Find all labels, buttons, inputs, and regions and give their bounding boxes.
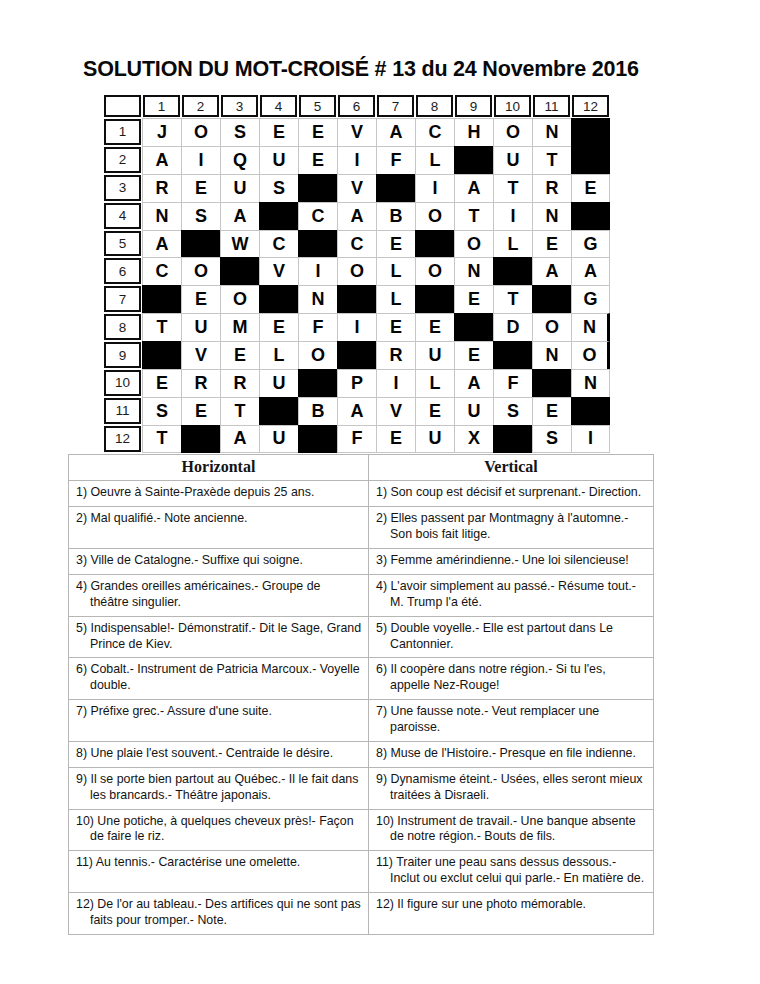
clue-text: 1) Son coup est décisif et surprenant.- … — [376, 485, 647, 501]
letter-cell-r1c10: O — [493, 118, 532, 146]
letter-cell-r10c8: L — [415, 369, 454, 397]
letter-cell-r2c8: L — [415, 146, 454, 174]
vertical-clue-5: 5) Double voyelle.- Elle est partout dan… — [369, 617, 654, 659]
block-cell-r4c12 — [571, 202, 610, 230]
block-cell-r10c11 — [532, 369, 571, 397]
block-cell-r2c9 — [454, 146, 493, 174]
block-cell-r3c5 — [298, 174, 337, 202]
column-header-11: 11 — [533, 95, 570, 117]
letter-cell-r8c4: E — [259, 313, 298, 341]
clue-text: 9) Dynamisme éteint.- Usées, elles seron… — [376, 772, 647, 804]
letter-cell-r1c3: S — [220, 118, 259, 146]
letter-cell-r10c12: N — [571, 369, 610, 397]
letter-cell-r4c10: I — [493, 202, 532, 230]
letter-cell-r11c9: U — [454, 397, 493, 425]
vertical-clue-2: 2) Elles passent par Montmagny à l'autom… — [369, 507, 654, 549]
horizontal-clue-10: 10) Une potiche, à quelques cheveux près… — [69, 810, 369, 852]
letter-cell-r9c3: E — [220, 341, 259, 369]
clue-text: 11) Traiter une peau sans dessus dessous… — [376, 855, 647, 887]
letter-cell-r6c8: O — [415, 257, 454, 285]
vertical-clue-3: 3) Femme amérindienne.- Une loi silencie… — [369, 549, 654, 575]
letter-cell-r11c8: E — [415, 397, 454, 425]
column-header-1: 1 — [143, 95, 180, 117]
vertical-clue-4: 4) L'avoir simplement au passé.- Résume … — [369, 575, 654, 617]
clues-table: Horizontal Vertical 1) Oeuvre à Sainte-P… — [68, 454, 654, 935]
letter-cell-r5c11: E — [532, 230, 571, 258]
letter-cell-r6c7: L — [376, 257, 415, 285]
letter-cell-r11c5: B — [298, 397, 337, 425]
letter-cell-r5c10: L — [493, 230, 532, 258]
column-header-8: 8 — [416, 95, 453, 117]
letter-cell-r4c6: A — [337, 202, 376, 230]
row-header-11: 11 — [104, 398, 141, 424]
page-title: SOLUTION DU MOT-CROISÉ # 13 du 24 Novemb… — [83, 57, 639, 82]
grid-corner-box — [104, 95, 141, 117]
letter-cell-r6c2: O — [181, 257, 220, 285]
letter-cell-r4c5: C — [298, 202, 337, 230]
letter-cell-r7c5: N — [298, 285, 337, 313]
row-header-3: 3 — [104, 175, 141, 201]
letter-cell-r5c4: C — [259, 230, 298, 258]
letter-cell-r9c2: V — [181, 341, 220, 369]
horizontal-clue-8: 8) Une plaie l'est souvent.- Centraide l… — [69, 742, 369, 768]
letter-cell-r9c8: U — [415, 341, 454, 369]
letter-cell-r8c3: M — [220, 313, 259, 341]
letter-cell-r4c1: N — [142, 202, 181, 230]
vertical-clue-7: 7) Une fausse note.- Veut remplacer une … — [369, 700, 654, 742]
letter-cell-r6c1: C — [142, 257, 181, 285]
letter-cell-r3c8: I — [415, 174, 454, 202]
letter-cell-r5c1: A — [142, 230, 181, 258]
column-header-12: 12 — [572, 95, 609, 117]
letter-cell-r12c7: E — [376, 425, 415, 453]
letter-cell-r9c4: L — [259, 341, 298, 369]
horizontal-clue-4: 4) Grandes oreilles américaines.- Groupe… — [69, 575, 369, 617]
letter-cell-r8c1: T — [142, 313, 181, 341]
row-header-9: 9 — [104, 342, 141, 368]
horizontal-clue-2: 2) Mal qualifié.- Note ancienne. — [69, 507, 369, 549]
letter-cell-r2c3: Q — [220, 146, 259, 174]
letter-cell-r1c2: O — [181, 118, 220, 146]
horizontal-clue-1: 1) Oeuvre à Sainte-Praxède depuis 25 ans… — [69, 481, 369, 507]
letter-cell-r12c8: U — [415, 425, 454, 453]
row-header-5: 5 — [104, 231, 141, 257]
block-cell-r7c8 — [415, 285, 454, 313]
letter-cell-r11c7: V — [376, 397, 415, 425]
column-header-9: 9 — [455, 95, 492, 117]
crossword-grid: 1234567891011121JOSEEVACHON2AIQUEIFLUT3R… — [103, 94, 610, 453]
row-header-4: 4 — [104, 203, 141, 229]
letter-cell-r2c10: U — [493, 146, 532, 174]
clue-text: 5) Indispensable!- Démonstratif.- Dit le… — [76, 621, 362, 653]
clue-text: 10) Instrument de travail.- Une banque a… — [376, 814, 647, 846]
letter-cell-r10c4: U — [259, 369, 298, 397]
letter-cell-r8c6: I — [337, 313, 376, 341]
letter-cell-r2c5: E — [298, 146, 337, 174]
letter-cell-r2c7: F — [376, 146, 415, 174]
letter-cell-r10c9: A — [454, 369, 493, 397]
block-cell-r7c6 — [337, 285, 376, 313]
letter-cell-r6c12: A — [571, 257, 610, 285]
letter-cell-r1c8: C — [415, 118, 454, 146]
letter-cell-r3c10: T — [493, 174, 532, 202]
clue-text: 2) Elles passent par Montmagny à l'autom… — [376, 511, 647, 543]
clue-text: 3) Ville de Catalogne.- Suffixe qui soig… — [76, 553, 362, 569]
letter-cell-r4c11: N — [532, 202, 571, 230]
letter-cell-r3c2: E — [181, 174, 220, 202]
block-cell-r2c12 — [571, 146, 610, 174]
letter-cell-r11c2: E — [181, 397, 220, 425]
clue-text: 2) Mal qualifié.- Note ancienne. — [76, 511, 362, 527]
block-cell-r7c1 — [142, 285, 181, 313]
horizontal-clues-header: Horizontal — [69, 455, 369, 481]
letter-cell-r3c4: S — [259, 174, 298, 202]
horizontal-clue-5: 5) Indispensable!- Démonstratif.- Dit le… — [69, 617, 369, 659]
letter-cell-r4c7: B — [376, 202, 415, 230]
letter-cell-r9c7: R — [376, 341, 415, 369]
letter-cell-r1c9: H — [454, 118, 493, 146]
letter-cell-r7c9: E — [454, 285, 493, 313]
letter-cell-r4c2: S — [181, 202, 220, 230]
letter-cell-r2c1: A — [142, 146, 181, 174]
row-header-6: 6 — [104, 258, 141, 284]
letter-cell-r2c6: I — [337, 146, 376, 174]
letter-cell-r3c6: V — [337, 174, 376, 202]
letter-cell-r12c9: X — [454, 425, 493, 453]
solution-page: SOLUTION DU MOT-CROISÉ # 13 du 24 Novemb… — [0, 0, 760, 984]
block-cell-r6c3 — [220, 257, 259, 285]
letter-cell-r12c6: F — [337, 425, 376, 453]
letter-cell-r10c3: R — [220, 369, 259, 397]
column-header-6: 6 — [338, 95, 375, 117]
clue-text: 8) Muse de l'Histoire.- Presque en file … — [376, 746, 647, 762]
letter-cell-r7c7: L — [376, 285, 415, 313]
letter-cell-r3c11: R — [532, 174, 571, 202]
letter-cell-r10c6: P — [337, 369, 376, 397]
horizontal-clue-11: 11) Au tennis.- Caractérise une omelette… — [69, 851, 369, 893]
vertical-clues-header: Vertical — [369, 455, 654, 481]
block-cell-r12c10 — [493, 425, 532, 453]
column-header-5: 5 — [299, 95, 336, 117]
letter-cell-r1c1: J — [142, 118, 181, 146]
letter-cell-r9c9: E — [454, 341, 493, 369]
block-cell-r5c2 — [181, 230, 220, 258]
letter-cell-r1c5: E — [298, 118, 337, 146]
letter-cell-r1c6: V — [337, 118, 376, 146]
clue-text: 1) Oeuvre à Sainte-Praxède depuis 25 ans… — [76, 485, 362, 501]
letter-cell-r1c11: N — [532, 118, 571, 146]
block-cell-r12c5 — [298, 425, 337, 453]
block-cell-r1c12 — [571, 118, 610, 146]
clue-text: 9) Il se porte bien partout au Québec.- … — [76, 772, 362, 804]
letter-cell-r4c8: O — [415, 202, 454, 230]
block-cell-r9c1 — [142, 341, 181, 369]
block-cell-r7c4 — [259, 285, 298, 313]
horizontal-clue-7: 7) Préfixe grec.- Assure d'une suite. — [69, 700, 369, 742]
vertical-clue-12: 12) Il figure sur une photo mémorable. — [369, 893, 654, 935]
vertical-clue-11: 11) Traiter une peau sans dessus dessous… — [369, 851, 654, 893]
letter-cell-r3c1: R — [142, 174, 181, 202]
letter-cell-r3c9: A — [454, 174, 493, 202]
clue-text: 3) Femme amérindienne.- Une loi silencie… — [376, 553, 647, 569]
block-cell-r9c10 — [493, 341, 532, 369]
vertical-clue-8: 8) Muse de l'Histoire.- Presque en file … — [369, 742, 654, 768]
letter-cell-r5c12: G — [571, 230, 610, 258]
clue-text: 7) Préfixe grec.- Assure d'une suite. — [76, 704, 362, 720]
column-header-10: 10 — [494, 95, 531, 117]
clue-text: 11) Au tennis.- Caractérise une omelette… — [76, 855, 362, 871]
letter-cell-r6c11: A — [532, 257, 571, 285]
clue-text: 8) Une plaie l'est souvent.- Centraide l… — [76, 746, 362, 762]
letter-cell-r9c5: O — [298, 341, 337, 369]
letter-cell-r2c2: I — [181, 146, 220, 174]
letter-cell-r6c4: V — [259, 257, 298, 285]
vertical-clue-6: 6) Il coopère dans notre région.- Si tu … — [369, 658, 654, 700]
letter-cell-r10c1: E — [142, 369, 181, 397]
row-header-10: 10 — [104, 370, 141, 396]
letter-cell-r10c10: F — [493, 369, 532, 397]
letter-cell-r7c3: O — [220, 285, 259, 313]
letter-cell-r3c12: E — [571, 174, 610, 202]
block-cell-r3c7 — [376, 174, 415, 202]
block-cell-r4c4 — [259, 202, 298, 230]
letter-cell-r9c11: N — [532, 341, 571, 369]
letter-cell-r12c1: T — [142, 425, 181, 453]
letter-cell-r5c7: E — [376, 230, 415, 258]
row-header-1: 1 — [104, 119, 141, 145]
letter-cell-r2c11: T — [532, 146, 571, 174]
clue-text: 6) Cobalt.- Instrument de Patricia Marco… — [76, 662, 362, 694]
letter-cell-r6c6: O — [337, 257, 376, 285]
letter-cell-r8c10: D — [493, 313, 532, 341]
column-header-4: 4 — [260, 95, 297, 117]
letter-cell-r9c12: O — [571, 341, 610, 369]
letter-cell-r12c4: U — [259, 425, 298, 453]
letter-cell-r1c4: E — [259, 118, 298, 146]
letter-cell-r12c3: A — [220, 425, 259, 453]
clue-text: 5) Double voyelle.- Elle est partout dan… — [376, 621, 647, 653]
letter-cell-r3c3: U — [220, 174, 259, 202]
letter-cell-r7c12: G — [571, 285, 610, 313]
block-cell-r12c2 — [181, 425, 220, 453]
clue-text: 6) Il coopère dans notre région.- Si tu … — [376, 662, 647, 694]
letter-cell-r11c3: T — [220, 397, 259, 425]
letter-cell-r4c3: A — [220, 202, 259, 230]
letter-cell-r11c11: E — [532, 397, 571, 425]
horizontal-clue-12: 12) De l'or au tableau.- Des artifices q… — [69, 893, 369, 935]
clue-text: 4) L'avoir simplement au passé.- Résume … — [376, 579, 647, 611]
clue-text: 10) Une potiche, à quelques cheveux près… — [76, 814, 362, 846]
clue-text: 12) De l'or au tableau.- Des artifices q… — [76, 897, 362, 929]
clue-text: 7) Une fausse note.- Veut remplacer une … — [376, 704, 647, 736]
letter-cell-r5c6: C — [337, 230, 376, 258]
letter-cell-r7c2: E — [181, 285, 220, 313]
row-header-7: 7 — [104, 286, 141, 312]
letter-cell-r8c7: E — [376, 313, 415, 341]
block-cell-r8c9 — [454, 313, 493, 341]
letter-cell-r6c9: N — [454, 257, 493, 285]
letter-cell-r5c3: W — [220, 230, 259, 258]
letter-cell-r8c8: E — [415, 313, 454, 341]
letter-cell-r7c10: T — [493, 285, 532, 313]
vertical-clue-1: 1) Son coup est décisif et surprenant.- … — [369, 481, 654, 507]
letter-cell-r12c12: I — [571, 425, 610, 453]
vertical-clue-10: 10) Instrument de travail.- Une banque a… — [369, 810, 654, 852]
column-header-3: 3 — [221, 95, 258, 117]
block-cell-r9c6 — [337, 341, 376, 369]
row-header-12: 12 — [104, 426, 141, 452]
horizontal-clue-3: 3) Ville de Catalogne.- Suffixe qui soig… — [69, 549, 369, 575]
row-header-2: 2 — [104, 147, 141, 173]
letter-cell-r10c2: R — [181, 369, 220, 397]
column-header-2: 2 — [182, 95, 219, 117]
letter-cell-r2c4: U — [259, 146, 298, 174]
letter-cell-r11c10: S — [493, 397, 532, 425]
letter-cell-r12c11: S — [532, 425, 571, 453]
clue-text: 4) Grandes oreilles américaines.- Groupe… — [76, 579, 362, 611]
block-cell-r10c5 — [298, 369, 337, 397]
letter-cell-r11c6: A — [337, 397, 376, 425]
block-cell-r5c5 — [298, 230, 337, 258]
letter-cell-r10c7: I — [376, 369, 415, 397]
block-cell-r11c4 — [259, 397, 298, 425]
letter-cell-r1c7: A — [376, 118, 415, 146]
letter-cell-r5c9: O — [454, 230, 493, 258]
letter-cell-r8c11: O — [532, 313, 571, 341]
block-cell-r11c12 — [571, 397, 610, 425]
vertical-clue-9: 9) Dynamisme éteint.- Usées, elles seron… — [369, 768, 654, 810]
clue-text: 12) Il figure sur une photo mémorable. — [376, 897, 647, 913]
letter-cell-r8c12: N — [571, 313, 610, 341]
letter-cell-r6c5: I — [298, 257, 337, 285]
block-cell-r6c10 — [493, 257, 532, 285]
block-cell-r7c11 — [532, 285, 571, 313]
letter-cell-r8c2: U — [181, 313, 220, 341]
row-header-8: 8 — [104, 314, 141, 340]
letter-cell-r4c9: T — [454, 202, 493, 230]
horizontal-clue-9: 9) Il se porte bien partout au Québec.- … — [69, 768, 369, 810]
block-cell-r5c8 — [415, 230, 454, 258]
letter-cell-r8c5: F — [298, 313, 337, 341]
letter-cell-r11c1: S — [142, 397, 181, 425]
column-header-7: 7 — [377, 95, 414, 117]
horizontal-clue-6: 6) Cobalt.- Instrument de Patricia Marco… — [69, 658, 369, 700]
